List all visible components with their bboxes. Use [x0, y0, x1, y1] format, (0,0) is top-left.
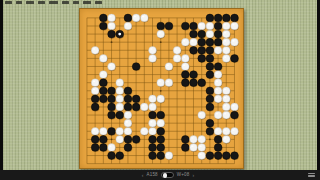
- stone-white: [165, 63, 173, 71]
- stone-black: [198, 30, 206, 38]
- stone-black: [149, 136, 157, 144]
- stone-white: [99, 55, 107, 63]
- stone-black: [116, 111, 124, 119]
- stone-white: [190, 136, 198, 144]
- move-number-label: A158: [147, 170, 158, 180]
- stone-black: [124, 14, 132, 22]
- menu-item[interactable]: [73, 1, 79, 4]
- stone-black: [132, 63, 140, 71]
- stone-black: [198, 46, 206, 54]
- stone-black: [206, 87, 214, 95]
- stone-black: [108, 30, 116, 38]
- stone-white: [198, 136, 206, 144]
- stone-white: [222, 103, 230, 111]
- stone-black: [108, 103, 116, 111]
- stone-white: [116, 79, 124, 87]
- stone-white: [116, 127, 124, 135]
- stone-black: [214, 38, 222, 46]
- stone-white: [116, 87, 124, 95]
- stone-black: [198, 38, 206, 46]
- toggle-knob-icon: [163, 173, 168, 178]
- stone-white: [214, 71, 222, 79]
- stone-white: [140, 103, 148, 111]
- stone-black: [91, 144, 99, 152]
- stone-white: [124, 111, 132, 119]
- stone-black: [181, 22, 189, 30]
- stone-black: [181, 136, 189, 144]
- stone-white: [108, 144, 116, 152]
- stone-black: [181, 71, 189, 79]
- stone-white: [99, 71, 107, 79]
- menu-icon[interactable]: [308, 172, 315, 179]
- stone-black: [190, 22, 198, 30]
- stone-white: [149, 95, 157, 103]
- stone-black: [206, 55, 214, 63]
- stone-white: [190, 38, 198, 46]
- stone-white: [157, 95, 165, 103]
- stone-black: [91, 95, 99, 103]
- stone-black: [157, 136, 165, 144]
- stone-black: [99, 136, 107, 144]
- stone-black: [206, 63, 214, 71]
- stone-black: [99, 95, 107, 103]
- menu-item[interactable]: [62, 1, 69, 4]
- app-window: ‹ A158 W+08 ›: [0, 0, 320, 180]
- stone-black: [99, 14, 107, 22]
- stone-black: [190, 71, 198, 79]
- stone-white: [124, 127, 132, 135]
- stone-white: [198, 152, 206, 160]
- stone-white: [91, 46, 99, 54]
- stone-black: [214, 144, 222, 152]
- stone-black: [181, 144, 189, 152]
- stone-white: [165, 152, 173, 160]
- stone-white: [124, 22, 132, 30]
- stone-black: [124, 87, 132, 95]
- stone-black: [206, 14, 214, 22]
- stone-black: [206, 103, 214, 111]
- stone-black: [214, 63, 222, 71]
- stone-black: [124, 103, 132, 111]
- menu-item[interactable]: [83, 1, 91, 4]
- stone-black: [165, 22, 173, 30]
- stone-white: [165, 79, 173, 87]
- stone-black: [214, 30, 222, 38]
- menu-bar: [3, 0, 317, 5]
- stone-black: [108, 87, 116, 95]
- menu-item[interactable]: [95, 1, 102, 4]
- stone-black: [124, 136, 132, 144]
- stone-black: [132, 136, 140, 144]
- stone-white: [222, 111, 230, 119]
- stone-white: [108, 22, 116, 30]
- stone-black: [198, 79, 206, 87]
- stone-black: [108, 152, 116, 160]
- stone-black: [206, 71, 214, 79]
- stone-black: [132, 103, 140, 111]
- stone-black: [149, 111, 157, 119]
- stone-black: [222, 152, 230, 160]
- stone-white: [157, 30, 165, 38]
- stone-white: [222, 46, 230, 54]
- stone-white: [124, 119, 132, 127]
- stone-white: [222, 22, 230, 30]
- stone-black: [149, 152, 157, 160]
- stone-white: [206, 22, 214, 30]
- stone-white: [214, 79, 222, 87]
- stone-black: [124, 144, 132, 152]
- stone-white: [108, 14, 116, 22]
- stone-white: [181, 63, 189, 71]
- stone-white: [222, 55, 230, 63]
- stone-black: [108, 127, 116, 135]
- menu-item[interactable]: [16, 1, 22, 4]
- menu-item[interactable]: [5, 1, 12, 4]
- stone-white: [99, 127, 107, 135]
- stone-white: [116, 103, 124, 111]
- stone-black: [99, 22, 107, 30]
- stone-white: [198, 111, 206, 119]
- stone-white: [116, 136, 124, 144]
- stone-white: [132, 14, 140, 22]
- stone-white: [157, 79, 165, 87]
- stone-white: [149, 46, 157, 54]
- stone-white: [91, 87, 99, 95]
- stone-black: [206, 95, 214, 103]
- stone-white: [149, 103, 157, 111]
- menu-item[interactable]: [26, 1, 34, 4]
- stone-white: [222, 95, 230, 103]
- last-move-marker: [118, 33, 121, 36]
- stone-white: [181, 38, 189, 46]
- stone-black: [231, 111, 239, 119]
- stone-white: [91, 79, 99, 87]
- status-bar: ‹ A158 W+08 ›: [0, 170, 320, 180]
- stone-black: [214, 14, 222, 22]
- playback-controls: ‹ A158 W+08 ›: [142, 170, 194, 180]
- stone-white: [214, 127, 222, 135]
- stone-black: [231, 152, 239, 160]
- stone-black: [206, 119, 214, 127]
- stone-black: [214, 22, 222, 30]
- stone-black: [190, 46, 198, 54]
- stone-black: [91, 103, 99, 111]
- stone-white: [214, 111, 222, 119]
- stone-white: [116, 95, 124, 103]
- stone-white: [173, 46, 181, 54]
- stone-white: [206, 30, 214, 38]
- stone-black: [157, 22, 165, 30]
- stone-white: [149, 119, 157, 127]
- stone-white: [222, 38, 230, 46]
- stone-black: [222, 14, 230, 22]
- stone-white: [181, 55, 189, 63]
- stone-white: [173, 55, 181, 63]
- stone-black: [181, 79, 189, 87]
- stone-black: [206, 152, 214, 160]
- stone-white: [222, 30, 230, 38]
- stone-white: [231, 103, 239, 111]
- stone-black: [206, 46, 214, 54]
- stone-black: [99, 144, 107, 152]
- stone-white: [231, 22, 239, 30]
- stone-black: [206, 127, 214, 135]
- stone-white: [214, 87, 222, 95]
- stone-white: [222, 136, 230, 144]
- stone-black: [231, 55, 239, 63]
- stone-black: [124, 95, 132, 103]
- stone-black: [116, 152, 124, 160]
- stone-white: [198, 22, 206, 30]
- stone-black: [157, 144, 165, 152]
- stone-black: [132, 95, 140, 103]
- stone-white: [222, 87, 230, 95]
- stone-white: [157, 119, 165, 127]
- stone-black: [214, 152, 222, 160]
- stone-black: [190, 30, 198, 38]
- stone-black: [149, 144, 157, 152]
- stone-white: [140, 14, 148, 22]
- score-label: W+08: [177, 170, 190, 180]
- letterbox-left: [0, 0, 3, 180]
- ai-toggle[interactable]: [161, 172, 174, 179]
- stone-white: [222, 127, 230, 135]
- stone-black: [206, 38, 214, 46]
- stone-white: [231, 38, 239, 46]
- stone-white: [214, 95, 222, 103]
- stone-white: [140, 127, 148, 135]
- stone-white: [91, 127, 99, 135]
- stone-white: [108, 63, 116, 71]
- stone-black: [157, 111, 165, 119]
- stone-black: [157, 152, 165, 160]
- menu-item[interactable]: [49, 1, 58, 4]
- stone-black: [231, 14, 239, 22]
- stone-black: [108, 111, 116, 119]
- stone-white: [198, 144, 206, 152]
- stone-white: [149, 127, 157, 135]
- stone-black: [108, 95, 116, 103]
- next-move-button[interactable]: ›: [193, 170, 195, 180]
- stone-black: [99, 79, 107, 87]
- prev-move-button[interactable]: ‹: [142, 170, 144, 180]
- stone-white: [214, 46, 222, 54]
- stone-black: [190, 79, 198, 87]
- stone-black: [214, 136, 222, 144]
- stone-black: [157, 127, 165, 135]
- menu-item[interactable]: [38, 1, 45, 4]
- stone-black: [198, 55, 206, 63]
- go-board[interactable]: [79, 8, 244, 169]
- stone-white: [149, 55, 157, 63]
- stone-black: [99, 87, 107, 95]
- stone-white: [190, 144, 198, 152]
- stone-black: [91, 136, 99, 144]
- stone-white: [231, 127, 239, 135]
